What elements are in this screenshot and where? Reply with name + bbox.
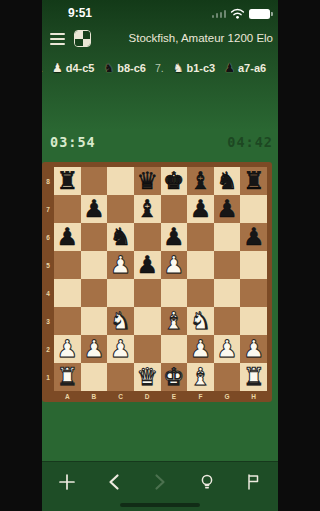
black-pawn-piece: ♟ [163,225,185,249]
app-screen: 9:51 Stockfish, Amateur 1200 Elo . ♟d4-c… [42,0,278,511]
square-a3[interactable] [54,307,81,335]
square-f6[interactable] [187,223,214,251]
black-pawn-piece: ♟ [216,197,238,221]
white-pawn-piece: ♟ [110,337,132,361]
square-c8[interactable] [107,167,134,195]
white-knight-piece: ♞ [110,309,132,333]
clock-row: 03:54 04:42 [42,134,278,154]
square-b6[interactable] [81,223,108,251]
file-label-e: E [161,391,188,402]
white-bishop-piece: ♝ [190,365,212,389]
square-c7[interactable] [107,195,134,223]
square-h3[interactable] [240,307,267,335]
black-pawn-piece: ♟ [190,197,212,221]
square-b3[interactable] [81,307,108,335]
square-h1[interactable]: ♜ [240,363,267,391]
lightbulb-icon [199,473,215,492]
square-g4[interactable] [214,279,241,307]
square-d4[interactable] [134,279,161,307]
rank-label-6: 6 [42,223,54,251]
wifi-icon [230,8,245,19]
back-button[interactable] [99,470,129,494]
square-e2[interactable] [161,335,188,363]
square-b5[interactable] [81,251,108,279]
rank-label-5: 5 [42,251,54,279]
black-knight-piece: ♞ [216,169,238,193]
white-knight-piece: ♞ [190,309,212,333]
file-label-h: H [240,391,267,402]
move-text: b1-c3 [186,62,215,74]
square-b1[interactable] [81,363,108,391]
square-c6[interactable]: ♞ [107,223,134,251]
square-e4[interactable] [161,279,188,307]
file-label-a: A [54,391,81,402]
square-a6[interactable]: ♟ [54,223,81,251]
square-g3[interactable] [214,307,241,335]
black-bishop-piece: ♝ [190,169,212,193]
white-pawn-piece: ♟ [216,337,238,361]
square-g6[interactable] [214,223,241,251]
square-h7[interactable] [240,195,267,223]
status-time: 9:51 [62,6,98,20]
bottom-toolbar [42,461,278,511]
square-a7[interactable] [54,195,81,223]
square-d7[interactable]: ♝ [134,195,161,223]
square-c4[interactable] [107,279,134,307]
square-b7[interactable]: ♟ [81,195,108,223]
square-g1[interactable] [214,363,241,391]
cellular-signal-icon [212,10,227,18]
black-rook-piece: ♜ [243,169,265,193]
move-text: a7-a6 [238,62,266,74]
square-e5[interactable]: ♟ [161,251,188,279]
menu-icon[interactable] [50,33,65,45]
square-c5[interactable]: ♟ [107,251,134,279]
rank-label-2: 2 [42,335,54,363]
square-h2[interactable]: ♟ [240,335,267,363]
black-pawn-icon: ♟ [224,62,235,74]
square-g5[interactable] [214,251,241,279]
file-labels: ABCDEFGH [54,391,267,402]
white-bishop-piece: ♝ [163,309,185,333]
white-king-piece: ♚ [163,365,185,389]
move-list: . ♟d4-c5♞b8-c67.♞b1-c3♟a7-a6 [42,59,278,77]
black-king-piece: ♚ [163,169,185,193]
square-c1[interactable] [107,363,134,391]
chevron-right-icon [153,473,167,491]
move-text: d4-c5 [66,62,95,74]
square-h5[interactable] [240,251,267,279]
file-label-g: G [214,391,241,402]
white-pawn-piece: ♟ [243,337,265,361]
white-knight-icon: ♞ [173,62,184,74]
hint-button[interactable] [192,470,222,494]
square-a4[interactable] [54,279,81,307]
rank-label-1: 1 [42,363,54,391]
rank-label-4: 4 [42,279,54,307]
square-f8[interactable]: ♝ [187,167,214,195]
square-g2[interactable]: ♟ [214,335,241,363]
black-pawn-piece: ♟ [136,253,158,277]
flag-icon [245,473,261,491]
white-pawn-piece: ♟ [163,253,185,277]
right-player-clock: 04:42 [227,134,273,150]
board-switch-icon[interactable] [74,30,91,47]
chevron-left-icon [107,473,121,491]
header: Stockfish, Amateur 1200 Elo [42,27,278,53]
white-pawn-icon: ♟ [52,62,63,74]
white-queen-piece: ♛ [136,365,158,389]
forward-button[interactable] [145,470,175,494]
black-rook-piece: ♜ [57,169,79,193]
square-h4[interactable] [240,279,267,307]
square-f2[interactable]: ♟ [187,335,214,363]
square-a1[interactable]: ♜ [54,363,81,391]
file-label-b: B [81,391,108,402]
square-e7[interactable] [161,195,188,223]
square-c2[interactable]: ♟ [107,335,134,363]
square-g8[interactable]: ♞ [214,167,241,195]
black-knight-icon: ♞ [103,62,114,74]
rank-label-7: 7 [42,195,54,223]
board-grid: ♜♛♚♝♞♜♟♝♟♟♟♞♟♟♟♟♟♞♝♞♟♟♟♟♟♟♜♛♚♝♜ [54,167,267,391]
resign-button[interactable] [238,470,268,494]
status-bar: 9:51 [42,0,278,25]
white-pawn-piece: ♟ [190,337,212,361]
white-pawn-piece: ♟ [83,337,105,361]
square-d2[interactable] [134,335,161,363]
square-f7[interactable]: ♟ [187,195,214,223]
black-knight-piece: ♞ [110,225,132,249]
square-d1[interactable]: ♛ [134,363,161,391]
square-g7[interactable]: ♟ [214,195,241,223]
square-e3[interactable]: ♝ [161,307,188,335]
rank-label-3: 3 [42,307,54,335]
square-e8[interactable]: ♚ [161,167,188,195]
square-a8[interactable]: ♜ [54,167,81,195]
black-queen-piece: ♛ [136,169,158,193]
square-b2[interactable]: ♟ [81,335,108,363]
move-item[interactable]: ♟d4-c5 [52,62,95,74]
black-bishop-piece: ♝ [136,197,158,221]
square-e1[interactable]: ♚ [161,363,188,391]
square-f5[interactable] [187,251,214,279]
black-pawn-piece: ♟ [83,197,105,221]
square-d8[interactable]: ♛ [134,167,161,195]
chess-board: 87654321 ♜♛♚♝♞♜♟♝♟♟♟♞♟♟♟♟♟♞♝♞♟♟♟♟♟♟♜♛♚♝♜… [42,162,272,402]
move-item[interactable]: ♟a7-a6 [224,62,266,74]
white-pawn-piece: ♟ [110,253,132,277]
battery-icon [249,9,270,19]
square-d6[interactable] [134,223,161,251]
square-a2[interactable]: ♟ [54,335,81,363]
file-label-c: C [107,391,134,402]
white-rook-piece: ♜ [243,365,265,389]
square-b4[interactable] [81,279,108,307]
rank-labels: 87654321 [42,167,54,391]
square-f3[interactable]: ♞ [187,307,214,335]
square-f4[interactable] [187,279,214,307]
square-h6[interactable]: ♟ [240,223,267,251]
white-pawn-piece: ♟ [57,337,79,361]
move-item[interactable]: ♞b8-c6 [103,62,146,74]
white-rook-piece: ♜ [57,365,79,389]
home-indicator[interactable] [120,503,200,508]
move-number: 7. [155,62,164,74]
square-f1[interactable]: ♝ [187,363,214,391]
opponent-title: Stockfish, Amateur 1200 Elo [129,32,273,44]
square-c3[interactable]: ♞ [107,307,134,335]
square-a5[interactable] [54,251,81,279]
square-d3[interactable] [134,307,161,335]
move-number-fragment: . [42,62,43,74]
move-text: b8-c6 [117,62,146,74]
add-button[interactable] [52,470,82,494]
square-e6[interactable]: ♟ [161,223,188,251]
move-item[interactable]: ♞b1-c3 [173,62,216,74]
rank-label-8: 8 [42,167,54,195]
left-player-clock: 03:54 [50,134,96,150]
file-label-d: D [134,391,161,402]
black-pawn-piece: ♟ [57,225,79,249]
square-h8[interactable]: ♜ [240,167,267,195]
plus-icon [58,473,76,491]
black-pawn-piece: ♟ [243,225,265,249]
file-label-f: F [187,391,214,402]
square-b8[interactable] [81,167,108,195]
square-d5[interactable]: ♟ [134,251,161,279]
